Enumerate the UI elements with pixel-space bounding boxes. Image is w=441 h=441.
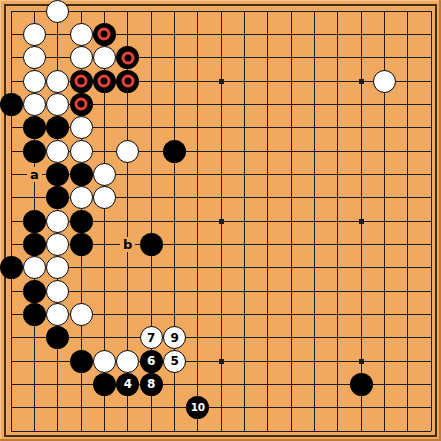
move-number: 4 bbox=[124, 378, 132, 390]
black-stone bbox=[116, 70, 139, 93]
white-stone bbox=[46, 280, 69, 303]
white-stone bbox=[23, 70, 46, 93]
go-board-diagram: 79564810ab bbox=[0, 0, 441, 441]
white-stone bbox=[23, 23, 46, 46]
white-stone: 7 bbox=[140, 326, 163, 349]
black-stone bbox=[0, 93, 23, 116]
point-label-a: a bbox=[27, 167, 42, 182]
black-stone: 6 bbox=[140, 350, 163, 373]
black-stone bbox=[70, 70, 93, 93]
star-point bbox=[219, 219, 224, 224]
white-stone bbox=[70, 303, 93, 326]
black-stone bbox=[70, 210, 93, 233]
star-point bbox=[359, 79, 364, 84]
black-stone bbox=[140, 233, 163, 256]
black-stone bbox=[70, 163, 93, 186]
grid-line-vertical bbox=[267, 11, 268, 431]
star-point bbox=[219, 79, 224, 84]
white-stone bbox=[116, 350, 139, 373]
white-stone: 5 bbox=[163, 350, 186, 373]
white-stone bbox=[23, 256, 46, 279]
star-point bbox=[219, 359, 224, 364]
black-stone bbox=[46, 163, 69, 186]
black-stone bbox=[23, 280, 46, 303]
black-stone bbox=[70, 233, 93, 256]
grid-line-vertical bbox=[337, 11, 338, 431]
black-stone bbox=[93, 23, 116, 46]
circle-mark-icon bbox=[98, 28, 111, 41]
white-stone bbox=[46, 70, 69, 93]
white-stone bbox=[70, 116, 93, 139]
white-stone bbox=[93, 163, 116, 186]
white-stone bbox=[46, 0, 69, 23]
black-stone bbox=[23, 210, 46, 233]
grid-line-horizontal bbox=[11, 431, 431, 432]
black-stone bbox=[23, 140, 46, 163]
white-stone bbox=[70, 23, 93, 46]
grid-line-vertical bbox=[407, 11, 408, 431]
grid-line-vertical bbox=[244, 11, 245, 431]
white-stone bbox=[93, 350, 116, 373]
grid-line-horizontal bbox=[11, 337, 431, 338]
white-stone bbox=[23, 46, 46, 69]
grid-line-vertical bbox=[314, 11, 315, 431]
black-stone: 8 bbox=[140, 373, 163, 396]
black-stone bbox=[23, 233, 46, 256]
circle-mark-icon bbox=[121, 51, 134, 64]
white-stone bbox=[116, 140, 139, 163]
move-number: 6 bbox=[147, 355, 155, 367]
white-stone bbox=[46, 303, 69, 326]
grid-line-horizontal bbox=[11, 407, 431, 408]
black-stone bbox=[93, 70, 116, 93]
circle-mark-icon bbox=[75, 98, 88, 111]
black-stone bbox=[70, 350, 93, 373]
black-stone bbox=[350, 373, 373, 396]
white-stone bbox=[93, 46, 116, 69]
star-point bbox=[359, 219, 364, 224]
move-number: 5 bbox=[170, 355, 178, 367]
white-stone bbox=[46, 93, 69, 116]
white-stone bbox=[70, 140, 93, 163]
white-stone bbox=[46, 233, 69, 256]
move-number: 9 bbox=[170, 332, 178, 344]
black-stone bbox=[23, 303, 46, 326]
grid-line-vertical bbox=[291, 11, 292, 431]
black-stone: 4 bbox=[116, 373, 139, 396]
white-stone bbox=[70, 186, 93, 209]
black-stone bbox=[93, 373, 116, 396]
black-stone bbox=[23, 116, 46, 139]
star-point bbox=[359, 359, 364, 364]
circle-mark-icon bbox=[98, 75, 111, 88]
white-stone bbox=[23, 93, 46, 116]
grid-line-horizontal bbox=[11, 291, 431, 292]
black-stone bbox=[163, 140, 186, 163]
move-number: 10 bbox=[191, 402, 205, 413]
white-stone bbox=[93, 186, 116, 209]
grid-line-vertical bbox=[431, 11, 432, 431]
black-stone bbox=[70, 93, 93, 116]
white-stone bbox=[46, 210, 69, 233]
white-stone: 9 bbox=[163, 326, 186, 349]
circle-mark-icon bbox=[75, 75, 88, 88]
circle-mark-icon bbox=[121, 75, 134, 88]
point-label-b: b bbox=[120, 237, 135, 252]
black-stone bbox=[0, 256, 23, 279]
white-stone bbox=[70, 46, 93, 69]
white-stone bbox=[46, 140, 69, 163]
white-stone bbox=[373, 70, 396, 93]
move-number: 7 bbox=[147, 332, 155, 344]
move-number: 8 bbox=[147, 378, 155, 390]
grid-line-horizontal bbox=[11, 267, 431, 268]
